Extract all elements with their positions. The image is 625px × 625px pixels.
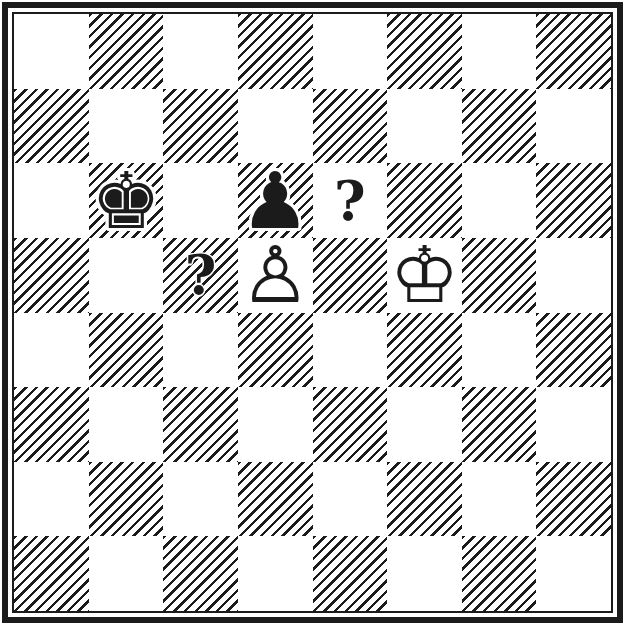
square-f8[interactable]	[387, 14, 462, 89]
square-a3[interactable]	[14, 387, 89, 462]
square-b6[interactable]: ♚	[89, 163, 164, 238]
diagram-page: ♚♟??♙♔	[0, 0, 625, 625]
square-a1[interactable]	[14, 536, 89, 611]
square-b5[interactable]	[89, 238, 164, 313]
square-d5[interactable]: ♙	[238, 238, 313, 313]
square-c8[interactable]	[163, 14, 238, 89]
square-a6[interactable]	[14, 163, 89, 238]
square-d4[interactable]	[238, 313, 313, 388]
square-c5[interactable]: ?	[163, 238, 238, 313]
chess-board: ♚♟??♙♔	[14, 14, 611, 611]
square-c6[interactable]	[163, 163, 238, 238]
question-mark-annotation: ?	[185, 248, 217, 302]
square-c1[interactable]	[163, 536, 238, 611]
square-a8[interactable]	[14, 14, 89, 89]
square-a5[interactable]	[14, 238, 89, 313]
board-outer-frame: ♚♟??♙♔	[2, 2, 623, 623]
square-f4[interactable]	[387, 313, 462, 388]
square-e8[interactable]	[313, 14, 388, 89]
square-c2[interactable]	[163, 462, 238, 537]
square-h4[interactable]	[536, 313, 611, 388]
square-h8[interactable]	[536, 14, 611, 89]
square-g6[interactable]	[462, 163, 537, 238]
square-g7[interactable]	[462, 89, 537, 164]
square-f7[interactable]	[387, 89, 462, 164]
square-c3[interactable]	[163, 387, 238, 462]
square-e1[interactable]	[313, 536, 388, 611]
square-e2[interactable]	[313, 462, 388, 537]
square-a7[interactable]	[14, 89, 89, 164]
square-e4[interactable]	[313, 313, 388, 388]
square-g1[interactable]	[462, 536, 537, 611]
square-a4[interactable]	[14, 313, 89, 388]
square-f6[interactable]	[387, 163, 462, 238]
black-king: ♚	[91, 163, 161, 238]
square-d6[interactable]: ♟	[238, 163, 313, 238]
square-e3[interactable]	[313, 387, 388, 462]
square-f1[interactable]	[387, 536, 462, 611]
square-d3[interactable]	[238, 387, 313, 462]
square-b3[interactable]	[89, 387, 164, 462]
square-c7[interactable]	[163, 89, 238, 164]
square-b1[interactable]	[89, 536, 164, 611]
square-h2[interactable]	[536, 462, 611, 537]
square-b4[interactable]	[89, 313, 164, 388]
white-pawn: ♙	[240, 238, 310, 313]
board-inner-frame: ♚♟??♙♔	[12, 12, 613, 613]
square-d7[interactable]	[238, 89, 313, 164]
square-f2[interactable]	[387, 462, 462, 537]
square-f5[interactable]: ♔	[387, 238, 462, 313]
square-f3[interactable]	[387, 387, 462, 462]
square-b2[interactable]	[89, 462, 164, 537]
square-g5[interactable]	[462, 238, 537, 313]
square-d2[interactable]	[238, 462, 313, 537]
black-pawn: ♟	[240, 163, 310, 238]
square-e6[interactable]: ?	[313, 163, 388, 238]
question-mark-annotation: ?	[334, 174, 366, 228]
square-d8[interactable]	[238, 14, 313, 89]
square-e7[interactable]	[313, 89, 388, 164]
square-h1[interactable]	[536, 536, 611, 611]
square-c4[interactable]	[163, 313, 238, 388]
square-h6[interactable]	[536, 163, 611, 238]
square-b8[interactable]	[89, 14, 164, 89]
square-d1[interactable]	[238, 536, 313, 611]
square-h7[interactable]	[536, 89, 611, 164]
square-g4[interactable]	[462, 313, 537, 388]
square-g8[interactable]	[462, 14, 537, 89]
square-h3[interactable]	[536, 387, 611, 462]
white-king: ♔	[389, 238, 459, 313]
square-a2[interactable]	[14, 462, 89, 537]
square-g3[interactable]	[462, 387, 537, 462]
square-h5[interactable]	[536, 238, 611, 313]
square-g2[interactable]	[462, 462, 537, 537]
square-e5[interactable]	[313, 238, 388, 313]
square-b7[interactable]	[89, 89, 164, 164]
